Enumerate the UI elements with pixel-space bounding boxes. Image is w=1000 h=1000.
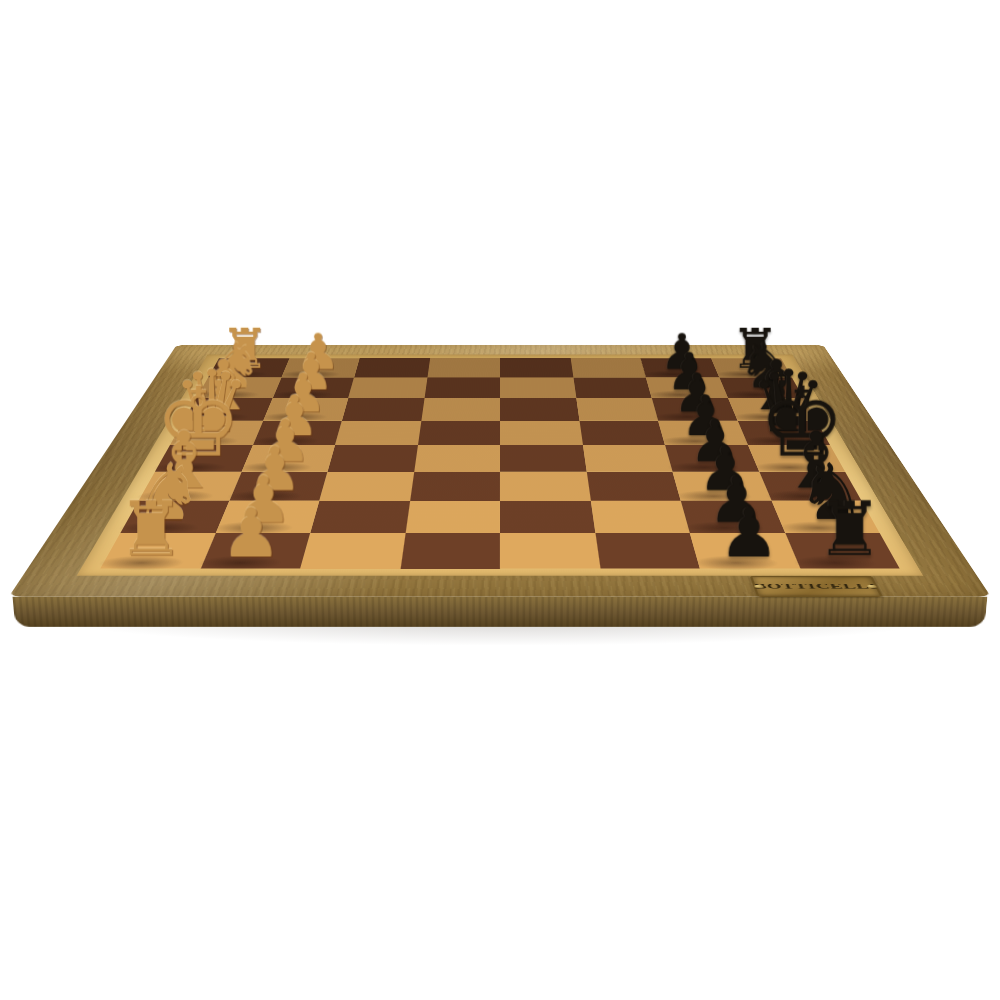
square-e5[interactable]	[500, 445, 586, 472]
square-e3[interactable]	[327, 445, 417, 472]
square-g3[interactable]	[310, 501, 409, 533]
square-g5[interactable]	[500, 501, 595, 533]
white-pawn: ♟	[220, 499, 281, 567]
white-rook: ♜	[117, 492, 184, 567]
square-g6[interactable]	[590, 501, 689, 533]
square-h8[interactable]: ♜	[785, 533, 900, 569]
square-h1[interactable]: ♜	[100, 533, 215, 569]
brand-plaque-label: BOTTICELLI	[752, 582, 879, 590]
square-h7[interactable]: ♟	[690, 533, 800, 569]
square-e6[interactable]	[583, 445, 673, 472]
square-h6[interactable]	[595, 533, 700, 569]
square-h2[interactable]: ♟	[200, 533, 310, 569]
photo-background: ♜♟♟♜♞♟♟♞♝♟♟♝♛♟♟♛♚♟♟♚♝♟♟♝♞♟♟♞♜♟♟♜ BOTTICE…	[0, 0, 1000, 1000]
square-h5[interactable]	[500, 533, 600, 569]
black-pawn: ♟	[719, 499, 780, 567]
square-e4[interactable]	[414, 445, 500, 472]
board-front-edge	[13, 597, 988, 627]
square-h4[interactable]	[400, 533, 500, 569]
square-h3[interactable]	[300, 533, 405, 569]
square-g4[interactable]	[405, 501, 500, 533]
chessboard: ♜♟♟♜♞♟♟♞♝♟♟♝♛♟♟♛♚♟♟♚♝♟♟♝♞♟♟♞♜♟♟♜ BOTTICE…	[9, 345, 991, 597]
black-rook: ♜	[815, 492, 882, 567]
